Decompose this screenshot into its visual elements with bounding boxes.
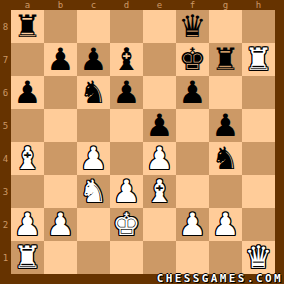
square-e8[interactable] (143, 10, 176, 43)
black-pawn: ♟ (47, 43, 75, 76)
rank-label-6: 6 (0, 76, 11, 109)
square-b4[interactable] (44, 142, 77, 175)
square-f6[interactable]: ♟ (176, 76, 209, 109)
rank-label-7: 7 (0, 43, 11, 76)
black-pawn: ♟ (113, 76, 141, 109)
black-knight: ♞ (212, 142, 240, 175)
site-watermark: CHESSGAMES.COM (157, 274, 283, 284)
square-h8[interactable] (242, 10, 275, 43)
square-c3[interactable]: ♞ (77, 175, 110, 208)
square-a2[interactable]: ♟ (11, 208, 44, 241)
white-pawn: ♟ (47, 208, 75, 241)
white-king: ♚ (113, 208, 141, 241)
black-pawn: ♟ (179, 76, 207, 109)
square-g4[interactable]: ♞ (209, 142, 242, 175)
square-g5[interactable]: ♟ (209, 109, 242, 142)
rank-label-2: 2 (0, 208, 11, 241)
square-h2[interactable] (242, 208, 275, 241)
square-b5[interactable] (44, 109, 77, 142)
rank-label-3: 3 (0, 175, 11, 208)
square-a4[interactable]: ♝ (11, 142, 44, 175)
square-d3[interactable]: ♟ (110, 175, 143, 208)
rank-label-5: 5 (0, 109, 11, 142)
square-f2[interactable]: ♟ (176, 208, 209, 241)
square-f1[interactable] (176, 241, 209, 274)
square-c5[interactable] (77, 109, 110, 142)
white-bishop: ♝ (146, 175, 174, 208)
white-queen: ♛ (245, 241, 273, 274)
white-knight: ♞ (80, 175, 108, 208)
square-d2[interactable]: ♚ (110, 208, 143, 241)
square-e2[interactable] (143, 208, 176, 241)
file-labels: abcdefgh (11, 0, 275, 10)
square-d7[interactable]: ♝ (110, 43, 143, 76)
square-a5[interactable] (11, 109, 44, 142)
square-c1[interactable] (77, 241, 110, 274)
square-h1[interactable]: ♛ (242, 241, 275, 274)
white-rook: ♜ (245, 43, 273, 76)
square-d5[interactable] (110, 109, 143, 142)
black-pawn: ♟ (212, 109, 240, 142)
square-g6[interactable] (209, 76, 242, 109)
square-d1[interactable] (110, 241, 143, 274)
black-king: ♚ (179, 43, 207, 76)
square-g3[interactable] (209, 175, 242, 208)
square-e4[interactable]: ♟ (143, 142, 176, 175)
black-pawn: ♟ (14, 76, 42, 109)
white-bishop: ♝ (14, 142, 42, 175)
square-c8[interactable] (77, 10, 110, 43)
rank-label-8: 8 (0, 10, 11, 43)
square-e5[interactable]: ♟ (143, 109, 176, 142)
chess-board: ♜♛♟♟♝♚♜♜♟♞♟♟♟♟♝♟♟♞♞♟♝♟♟♚♟♟♜♛ (11, 10, 275, 274)
square-b2[interactable]: ♟ (44, 208, 77, 241)
square-a1[interactable]: ♜ (11, 241, 44, 274)
file-label-d: d (110, 0, 143, 10)
chess-diagram: abcdefgh 87654321 ♜♛♟♟♝♚♜♜♟♞♟♟♟♟♝♟♟♞♞♟♝♟… (0, 0, 284, 284)
square-f8[interactable]: ♛ (176, 10, 209, 43)
square-h4[interactable] (242, 142, 275, 175)
white-pawn: ♟ (179, 208, 207, 241)
square-b1[interactable] (44, 241, 77, 274)
rank-label-1: 1 (0, 241, 11, 274)
square-b8[interactable] (44, 10, 77, 43)
file-label-e: e (143, 0, 176, 10)
square-h6[interactable] (242, 76, 275, 109)
white-pawn: ♟ (146, 142, 174, 175)
black-knight: ♞ (80, 76, 108, 109)
square-d8[interactable] (110, 10, 143, 43)
square-h7[interactable]: ♜ (242, 43, 275, 76)
square-g2[interactable]: ♟ (209, 208, 242, 241)
square-g1[interactable] (209, 241, 242, 274)
square-h3[interactable] (242, 175, 275, 208)
square-c6[interactable]: ♞ (77, 76, 110, 109)
file-label-h: h (242, 0, 275, 10)
square-f4[interactable] (176, 142, 209, 175)
white-pawn: ♟ (212, 208, 240, 241)
square-a7[interactable] (11, 43, 44, 76)
square-e6[interactable] (143, 76, 176, 109)
square-c4[interactable]: ♟ (77, 142, 110, 175)
black-rook: ♜ (14, 10, 42, 43)
white-rook: ♜ (14, 241, 42, 274)
square-d6[interactable]: ♟ (110, 76, 143, 109)
square-d4[interactable] (110, 142, 143, 175)
rank-label-4: 4 (0, 142, 11, 175)
square-b6[interactable] (44, 76, 77, 109)
square-h5[interactable] (242, 109, 275, 142)
black-queen: ♛ (179, 10, 207, 43)
black-bishop: ♝ (113, 43, 141, 76)
square-e1[interactable] (143, 241, 176, 274)
white-pawn: ♟ (80, 142, 108, 175)
square-f5[interactable] (176, 109, 209, 142)
square-f7[interactable]: ♚ (176, 43, 209, 76)
file-label-g: g (209, 0, 242, 10)
square-e7[interactable] (143, 43, 176, 76)
black-pawn: ♟ (146, 109, 174, 142)
white-pawn: ♟ (14, 208, 42, 241)
square-a6[interactable]: ♟ (11, 76, 44, 109)
square-b3[interactable] (44, 175, 77, 208)
black-rook: ♜ (212, 43, 240, 76)
square-a8[interactable]: ♜ (11, 10, 44, 43)
rank-labels: 87654321 (0, 10, 11, 274)
square-b7[interactable]: ♟ (44, 43, 77, 76)
square-c7[interactable]: ♟ (77, 43, 110, 76)
square-a3[interactable] (11, 175, 44, 208)
square-g7[interactable]: ♜ (209, 43, 242, 76)
square-e3[interactable]: ♝ (143, 175, 176, 208)
square-g8[interactable] (209, 10, 242, 43)
file-label-c: c (77, 0, 110, 10)
file-label-b: b (44, 0, 77, 10)
square-c2[interactable] (77, 208, 110, 241)
black-pawn: ♟ (80, 43, 108, 76)
white-pawn: ♟ (113, 175, 141, 208)
square-f3[interactable] (176, 175, 209, 208)
